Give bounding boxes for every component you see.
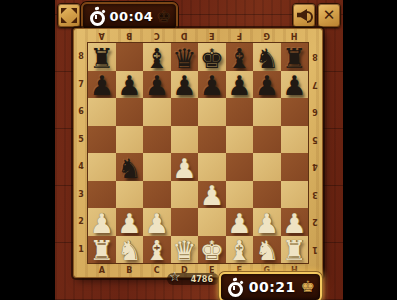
square-d1[interactable]: ♛: [171, 236, 199, 264]
coord-label: 8: [74, 43, 88, 71]
coord-label: E: [198, 29, 226, 43]
piece-wP-c2[interactable]: ♟: [143, 210, 171, 238]
piece-bP-c7[interactable]: ♟: [143, 72, 171, 100]
file-labels-top: HGFEDCBA: [88, 29, 308, 43]
close-button[interactable]: ✕: [317, 3, 341, 28]
coord-label: F: [226, 29, 254, 43]
square-c7[interactable]: ♟: [143, 71, 171, 99]
square-g6[interactable]: [253, 98, 281, 126]
piece-wP-a2[interactable]: ♟: [88, 210, 116, 238]
square-a7[interactable]: ♟: [88, 71, 116, 99]
square-d6[interactable]: [171, 98, 199, 126]
square-h6[interactable]: [281, 98, 309, 126]
piece-wR-a1[interactable]: ♜: [88, 237, 116, 265]
square-e8[interactable]: ♚: [198, 43, 226, 71]
rank-labels-right: 12345678: [308, 43, 322, 263]
piece-wR-h1[interactable]: ♜: [281, 237, 309, 265]
black-king-icon: ♚: [157, 9, 171, 25]
piece-bK-e8[interactable]: ♚: [198, 45, 226, 73]
coord-label: 1: [74, 236, 88, 264]
piece-bP-h7[interactable]: ♟: [281, 72, 309, 100]
square-c2[interactable]: ♟: [143, 208, 171, 236]
square-e4[interactable]: [198, 153, 226, 181]
square-b3[interactable]: [116, 181, 144, 209]
piece-wB-c1[interactable]: ♝: [143, 237, 171, 265]
square-d2[interactable]: [171, 208, 199, 236]
coord-label: A: [88, 29, 116, 43]
score-value: 4786: [191, 275, 213, 284]
star-icon: ☆: [169, 270, 181, 283]
piece-bP-f7[interactable]: ♟: [226, 72, 254, 100]
piece-bP-b7[interactable]: ♟: [116, 72, 144, 100]
square-g3[interactable]: [253, 181, 281, 209]
square-b2[interactable]: ♟: [116, 208, 144, 236]
coord-label: 6: [74, 98, 88, 126]
fullscreen-expand-icon: [61, 8, 67, 14]
square-f4[interactable]: [226, 153, 254, 181]
square-h8[interactable]: ♜: [281, 43, 309, 71]
piece-wP-g2[interactable]: ♟: [253, 210, 281, 238]
square-e2[interactable]: [198, 208, 226, 236]
square-a6[interactable]: [88, 98, 116, 126]
white-clock-time: 00:21: [244, 279, 301, 295]
piece-wP-b2[interactable]: ♟: [116, 210, 144, 238]
square-g7[interactable]: ♟: [253, 71, 281, 99]
score-badge: ☆ 4786: [167, 273, 219, 285]
square-a8[interactable]: ♜: [88, 43, 116, 71]
square-h1[interactable]: ♜: [281, 236, 309, 264]
piece-wP-e3[interactable]: ♟: [198, 182, 226, 210]
square-f2[interactable]: ♟: [226, 208, 254, 236]
piece-bP-d7[interactable]: ♟: [171, 72, 199, 100]
square-h7[interactable]: ♟: [281, 71, 309, 99]
sound-button[interactable]: [292, 3, 316, 28]
square-e1[interactable]: ♚: [198, 236, 226, 264]
piece-bP-e7[interactable]: ♟: [198, 72, 226, 100]
coord-label: 2: [74, 208, 88, 236]
square-a1[interactable]: ♜: [88, 236, 116, 264]
square-c8[interactable]: ♝: [143, 43, 171, 71]
coord-label: 3: [74, 181, 88, 209]
square-b4[interactable]: ♞: [116, 153, 144, 181]
stopwatch-icon: [227, 278, 244, 297]
square-e6[interactable]: [198, 98, 226, 126]
piece-wP-h2[interactable]: ♟: [281, 210, 309, 238]
square-d7[interactable]: ♟: [171, 71, 199, 99]
piece-bP-a7[interactable]: ♟: [88, 72, 116, 100]
square-e7[interactable]: ♟: [198, 71, 226, 99]
square-c6[interactable]: [143, 98, 171, 126]
piece-wQ-d1[interactable]: ♛: [171, 237, 199, 265]
coord-label: C: [143, 29, 171, 43]
coord-label: H: [281, 29, 309, 43]
square-b7[interactable]: ♟: [116, 71, 144, 99]
square-b6[interactable]: [116, 98, 144, 126]
piece-wN-g1[interactable]: ♞: [253, 237, 281, 265]
coord-label: 7: [308, 71, 322, 99]
square-a3[interactable]: [88, 181, 116, 209]
piece-wN-b1[interactable]: ♞: [116, 237, 144, 265]
piece-bN-g8[interactable]: ♞: [253, 45, 281, 73]
square-c5[interactable]: [143, 126, 171, 154]
speaker-icon: [297, 9, 307, 21]
close-icon: ✕: [323, 8, 336, 23]
piece-wP-d4[interactable]: ♟: [171, 155, 199, 183]
white-king-icon: ♚: [301, 279, 315, 295]
square-a4[interactable]: [88, 153, 116, 181]
piece-wP-f2[interactable]: ♟: [226, 210, 254, 238]
stopwatch-icon: [89, 7, 106, 26]
piece-bR-h8[interactable]: ♜: [281, 45, 309, 73]
square-c4[interactable]: [143, 153, 171, 181]
coord-label: 5: [308, 126, 322, 154]
game-stage: 00:04 ♚ ✕ HGFEDCBA ABCDEFGH 87654321 123…: [55, 0, 343, 300]
square-c3[interactable]: [143, 181, 171, 209]
square-h2[interactable]: ♟: [281, 208, 309, 236]
coord-label: 5: [74, 126, 88, 154]
coord-label: 4: [74, 153, 88, 181]
piece-bN-b4[interactable]: ♞: [116, 155, 144, 183]
piece-wB-f1[interactable]: ♝: [226, 237, 254, 265]
piece-bB-c8[interactable]: ♝: [143, 45, 171, 73]
coord-label: 6: [308, 98, 322, 126]
square-f7[interactable]: ♟: [226, 71, 254, 99]
square-d5[interactable]: [171, 126, 199, 154]
rank-labels-left: 87654321: [74, 43, 88, 263]
square-d8[interactable]: ♛: [171, 43, 199, 71]
square-b5[interactable]: [116, 126, 144, 154]
coord-label: D: [171, 29, 199, 43]
square-g2[interactable]: ♟: [253, 208, 281, 236]
square-g1[interactable]: ♞: [253, 236, 281, 264]
square-b8[interactable]: [116, 43, 144, 71]
board-squares: ♜♝♛♚♝♞♜♟♟♟♟♟♟♟♟♞♟♟♟♟♟♟♟♟♜♞♝♛♚♝♞♜: [88, 43, 308, 263]
coord-label: 8: [308, 43, 322, 71]
piece-bP-g7[interactable]: ♟: [253, 72, 281, 100]
square-g8[interactable]: ♞: [253, 43, 281, 71]
square-a5[interactable]: [88, 126, 116, 154]
piece-wK-e1[interactable]: ♚: [198, 237, 226, 265]
piece-bQ-d8[interactable]: ♛: [171, 45, 199, 73]
square-g4[interactable]: [253, 153, 281, 181]
square-f5[interactable]: [226, 126, 254, 154]
coord-label: 2: [308, 208, 322, 236]
fullscreen-button[interactable]: [57, 3, 81, 28]
screenshot-frame: 00:04 ♚ ✕ HGFEDCBA ABCDEFGH 87654321 123…: [0, 0, 397, 300]
piece-bB-f8[interactable]: ♝: [226, 45, 254, 73]
black-clock-time: 00:04: [106, 9, 157, 24]
square-g5[interactable]: [253, 126, 281, 154]
square-d3[interactable]: [171, 181, 199, 209]
coord-label: 1: [308, 236, 322, 264]
square-h5[interactable]: [281, 126, 309, 154]
square-d4[interactable]: ♟: [171, 153, 199, 181]
square-h4[interactable]: [281, 153, 309, 181]
square-b1[interactable]: ♞: [116, 236, 144, 264]
coord-label: B: [116, 29, 144, 43]
square-e3[interactable]: ♟: [198, 181, 226, 209]
square-f3[interactable]: [226, 181, 254, 209]
square-f1[interactable]: ♝: [226, 236, 254, 264]
black-clock-panel: 00:04 ♚: [81, 2, 178, 31]
square-e5[interactable]: [198, 126, 226, 154]
coord-label: 3: [308, 181, 322, 209]
square-h3[interactable]: [281, 181, 309, 209]
chess-board: HGFEDCBA ABCDEFGH 87654321 12345678 ♜♝♛♚…: [74, 29, 322, 277]
square-c1[interactable]: ♝: [143, 236, 171, 264]
piece-bR-a8[interactable]: ♜: [88, 45, 116, 73]
coord-label: 7: [74, 71, 88, 99]
square-a2[interactable]: ♟: [88, 208, 116, 236]
coord-label: G: [253, 29, 281, 43]
white-clock-panel: 00:21 ♚: [219, 272, 322, 300]
coord-label: 4: [308, 153, 322, 181]
square-f8[interactable]: ♝: [226, 43, 254, 71]
square-f6[interactable]: [226, 98, 254, 126]
